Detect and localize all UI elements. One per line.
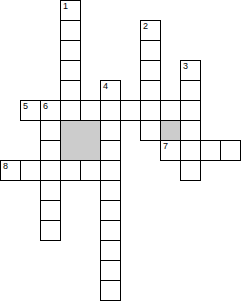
answer-cell-r4c3[interactable] [60,80,81,101]
answer-cell-r6c9[interactable] [180,120,201,141]
answer-cell-r8c5[interactable] [100,160,121,181]
answer-cell-r5c5[interactable] [100,100,121,121]
answer-cell-r1c3[interactable] [60,20,81,41]
answer-cell-r8c3[interactable] [60,160,81,181]
answer-cell-r5c1[interactable] [20,100,41,121]
answer-cell-r8c0[interactable] [0,160,21,181]
answer-cell-r3c7[interactable] [140,60,161,81]
answer-cell-r9c2[interactable] [40,180,61,201]
answer-cell-r0c3[interactable] [60,0,81,21]
answer-cell-r4c9[interactable] [180,80,201,101]
crossword-board: 12345678 [0,0,241,301]
answer-cell-r14c5[interactable] [100,280,121,301]
answer-cell-r5c6[interactable] [120,100,141,121]
answer-cell-r12c5[interactable] [100,240,121,261]
answer-cell-r7c9[interactable] [180,140,201,161]
answer-cell-r8c2[interactable] [40,160,61,181]
answer-cell-r6c5[interactable] [100,120,121,141]
answer-cell-r7c8[interactable] [160,140,181,161]
answer-cell-r13c5[interactable] [100,260,121,281]
answer-cell-r5c7[interactable] [140,100,161,121]
answer-cell-r6c2[interactable] [40,120,61,141]
gray-block [160,120,181,141]
answer-cell-r6c7[interactable] [140,120,161,141]
answer-cell-r4c5[interactable] [100,80,121,101]
answer-cell-r5c3[interactable] [60,100,81,121]
answer-cell-r8c4[interactable] [80,160,101,181]
answer-cell-r10c2[interactable] [40,200,61,221]
crossword-page: 12345678 [0,0,241,301]
answer-cell-r3c9[interactable] [180,60,201,81]
answer-cell-r7c5[interactable] [100,140,121,161]
answer-cell-r1c7[interactable] [140,20,161,41]
answer-cell-r8c1[interactable] [20,160,41,181]
answer-cell-r5c4[interactable] [80,100,101,121]
answer-cell-r4c7[interactable] [140,80,161,101]
answer-cell-r7c10[interactable] [200,140,221,161]
answer-cell-r10c5[interactable] [100,200,121,221]
gray-block [60,120,101,161]
answer-cell-r8c9[interactable] [180,160,201,181]
answer-cell-r7c11[interactable] [220,140,241,161]
answer-cell-r5c8[interactable] [160,100,181,121]
answer-cell-r11c5[interactable] [100,220,121,241]
answer-cell-r3c3[interactable] [60,60,81,81]
answer-cell-r2c3[interactable] [60,40,81,61]
answer-cell-r7c2[interactable] [40,140,61,161]
answer-cell-r9c5[interactable] [100,180,121,201]
answer-cell-r2c7[interactable] [140,40,161,61]
answer-cell-r11c2[interactable] [40,220,61,241]
answer-cell-r5c9[interactable] [180,100,201,121]
answer-cell-r5c2[interactable] [40,100,61,121]
